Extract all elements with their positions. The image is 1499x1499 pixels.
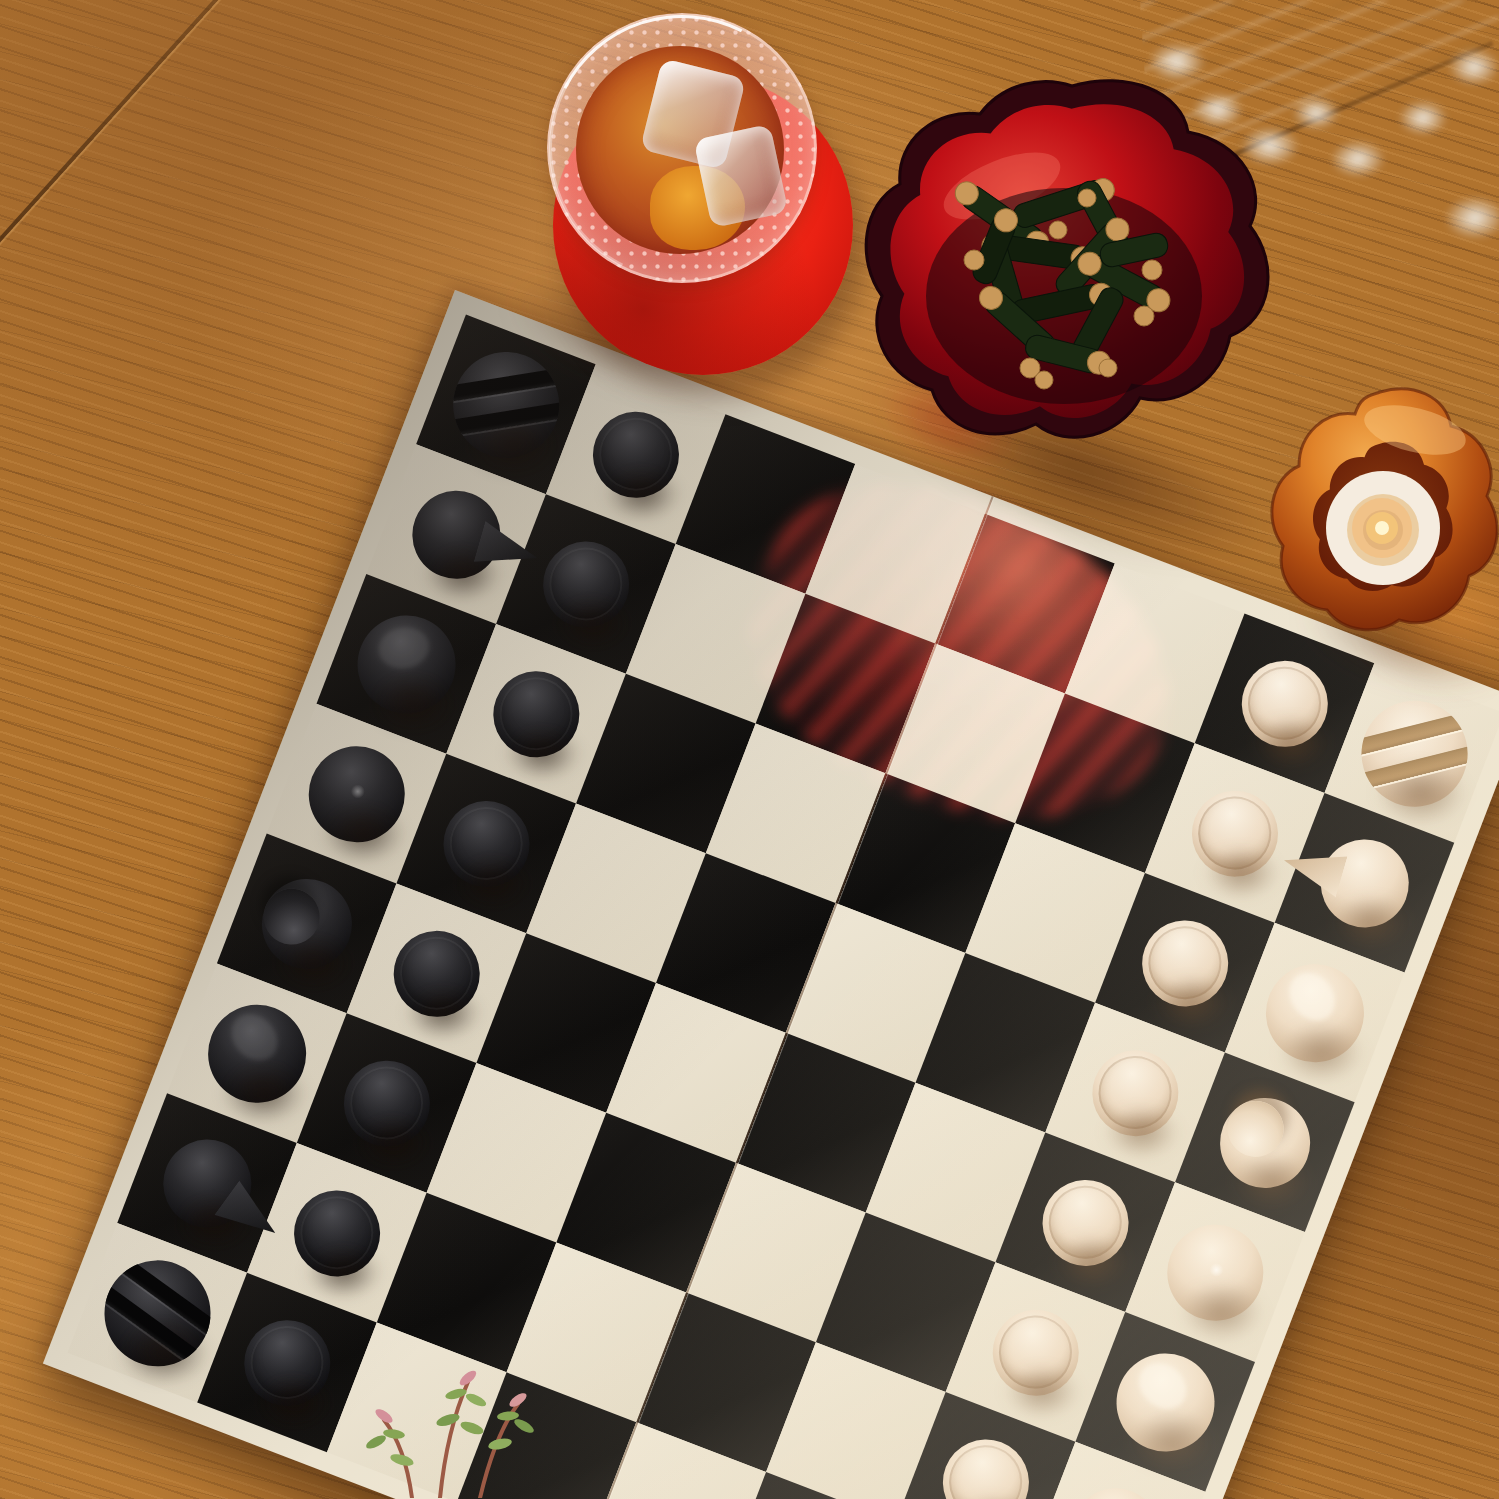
leaves bbox=[364, 1368, 536, 1468]
piece-shadow bbox=[309, 792, 417, 874]
rug-tuft bbox=[1444, 196, 1499, 240]
piece-shadow bbox=[1193, 835, 1289, 908]
piece-shadow bbox=[1117, 1399, 1227, 1482]
piece-shadow bbox=[544, 586, 640, 659]
rug-tuft bbox=[1398, 100, 1448, 136]
piece-shadow bbox=[1168, 1270, 1276, 1352]
piece-shadow bbox=[994, 1354, 1090, 1427]
red-snack-bowl bbox=[852, 68, 1292, 488]
piece-shadow bbox=[1044, 1225, 1140, 1298]
cocktail-glass bbox=[547, 13, 817, 283]
rug-tuft bbox=[1292, 96, 1340, 130]
rug-tuft bbox=[1330, 140, 1386, 178]
piece-shadow bbox=[594, 457, 690, 530]
piece-shadow bbox=[445, 846, 541, 919]
piece-shadow bbox=[494, 716, 590, 789]
piece-shadow bbox=[1266, 1010, 1376, 1093]
piece-shadow bbox=[1093, 1095, 1189, 1168]
rug-tuft bbox=[1448, 48, 1499, 86]
piece-shadow bbox=[345, 1105, 441, 1178]
candle-votive bbox=[1255, 378, 1499, 638]
piece-shadow bbox=[208, 1050, 318, 1133]
photo-scene bbox=[0, 0, 1499, 1499]
succulent-plant bbox=[272, 1308, 582, 1498]
piece-shadow bbox=[1243, 706, 1339, 779]
table-plank-seam bbox=[0, 0, 243, 255]
candle-flame bbox=[1375, 521, 1389, 535]
piece-shadow bbox=[1221, 1143, 1322, 1220]
piece-shadow bbox=[358, 661, 468, 744]
piece-shadow bbox=[1143, 965, 1239, 1038]
piece-shadow bbox=[395, 976, 491, 1049]
piece-shadow bbox=[1322, 884, 1421, 959]
piece-shadow bbox=[944, 1484, 1040, 1499]
piece-shadow bbox=[295, 1235, 391, 1308]
